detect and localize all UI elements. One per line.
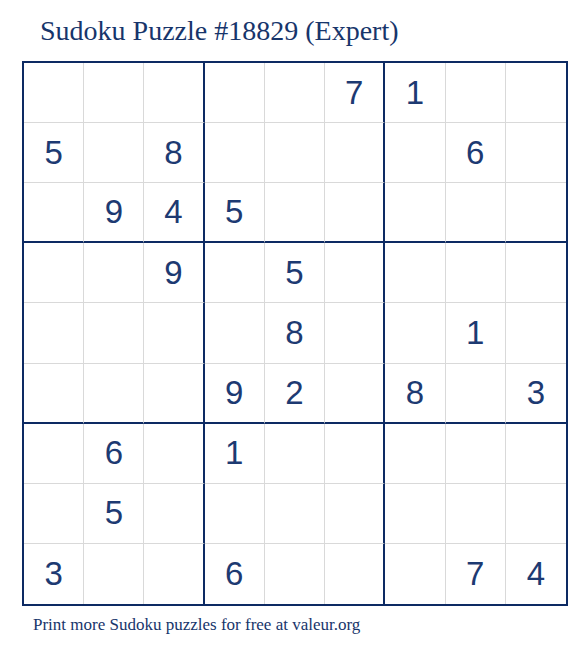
cell-r4c6 xyxy=(325,243,385,303)
cell-r7c9 xyxy=(506,424,566,484)
cell-r7c8 xyxy=(446,424,506,484)
cell-r4c7 xyxy=(385,243,445,303)
cell-r4c5: 5 xyxy=(265,243,325,303)
cell-r5c3 xyxy=(144,303,204,363)
cell-r4c8 xyxy=(446,243,506,303)
cell-r4c1 xyxy=(24,243,84,303)
cell-r5c2 xyxy=(84,303,144,363)
cell-r8c8 xyxy=(446,484,506,544)
cell-r3c9 xyxy=(506,183,566,243)
cell-r7c6 xyxy=(325,424,385,484)
cell-r1c8 xyxy=(446,63,506,123)
cell-r1c6: 7 xyxy=(325,63,385,123)
cell-r6c2 xyxy=(84,364,144,424)
cell-r7c1 xyxy=(24,424,84,484)
cell-r2c8: 6 xyxy=(446,123,506,183)
sudoku-print-page: { "game": "sudoku", "title": "Sudoku Puz… xyxy=(0,0,580,651)
cell-r7c2: 6 xyxy=(84,424,144,484)
cell-r5c7 xyxy=(385,303,445,363)
cell-r6c8 xyxy=(446,364,506,424)
sudoku-board: 71586945958192836153674 xyxy=(22,61,568,606)
cell-r3c7 xyxy=(385,183,445,243)
cell-r2c3: 8 xyxy=(144,123,204,183)
cell-r9c5 xyxy=(265,544,325,604)
footer-text: Print more Sudoku puzzles for free at va… xyxy=(33,615,360,635)
cell-r2c7 xyxy=(385,123,445,183)
cell-r1c4 xyxy=(205,63,265,123)
cell-r7c4: 1 xyxy=(205,424,265,484)
cell-r8c1 xyxy=(24,484,84,544)
cell-r9c3 xyxy=(144,544,204,604)
cell-r9c6 xyxy=(325,544,385,604)
cell-r8c2: 5 xyxy=(84,484,144,544)
cell-r4c9 xyxy=(506,243,566,303)
cell-r6c5: 2 xyxy=(265,364,325,424)
cell-r1c5 xyxy=(265,63,325,123)
cell-r2c5 xyxy=(265,123,325,183)
cell-r6c7: 8 xyxy=(385,364,445,424)
cell-r3c3: 4 xyxy=(144,183,204,243)
cell-r7c5 xyxy=(265,424,325,484)
cell-r4c3: 9 xyxy=(144,243,204,303)
cell-r9c7 xyxy=(385,544,445,604)
cell-r6c3 xyxy=(144,364,204,424)
cell-r8c3 xyxy=(144,484,204,544)
cell-r1c7: 1 xyxy=(385,63,445,123)
cell-r2c2 xyxy=(84,123,144,183)
cell-r9c1: 3 xyxy=(24,544,84,604)
cell-r2c9 xyxy=(506,123,566,183)
cell-r1c1 xyxy=(24,63,84,123)
cell-r3c6 xyxy=(325,183,385,243)
cell-r7c7 xyxy=(385,424,445,484)
cell-r8c7 xyxy=(385,484,445,544)
cell-r8c5 xyxy=(265,484,325,544)
cell-r3c4: 5 xyxy=(205,183,265,243)
cell-r3c2: 9 xyxy=(84,183,144,243)
cell-r4c4 xyxy=(205,243,265,303)
cell-r3c5 xyxy=(265,183,325,243)
cell-r9c8: 7 xyxy=(446,544,506,604)
cell-r3c1 xyxy=(24,183,84,243)
cell-r4c2 xyxy=(84,243,144,303)
cell-r6c9: 3 xyxy=(506,364,566,424)
cell-r8c6 xyxy=(325,484,385,544)
cell-r9c4: 6 xyxy=(205,544,265,604)
cell-r1c9 xyxy=(506,63,566,123)
cell-r5c6 xyxy=(325,303,385,363)
cell-r2c4 xyxy=(205,123,265,183)
cell-r5c5: 8 xyxy=(265,303,325,363)
cell-r9c2 xyxy=(84,544,144,604)
cell-r2c1: 5 xyxy=(24,123,84,183)
cell-r3c8 xyxy=(446,183,506,243)
page-title: Sudoku Puzzle #18829 (Expert) xyxy=(40,14,399,48)
cell-r9c9: 4 xyxy=(506,544,566,604)
cell-r7c3 xyxy=(144,424,204,484)
cell-r1c2 xyxy=(84,63,144,123)
cell-r5c8: 1 xyxy=(446,303,506,363)
cell-r1c3 xyxy=(144,63,204,123)
cell-r5c9 xyxy=(506,303,566,363)
cell-r8c9 xyxy=(506,484,566,544)
cell-r8c4 xyxy=(205,484,265,544)
cell-r6c1 xyxy=(24,364,84,424)
cell-r6c4: 9 xyxy=(205,364,265,424)
cell-r2c6 xyxy=(325,123,385,183)
cell-r6c6 xyxy=(325,364,385,424)
cell-r5c1 xyxy=(24,303,84,363)
cell-r5c4 xyxy=(205,303,265,363)
